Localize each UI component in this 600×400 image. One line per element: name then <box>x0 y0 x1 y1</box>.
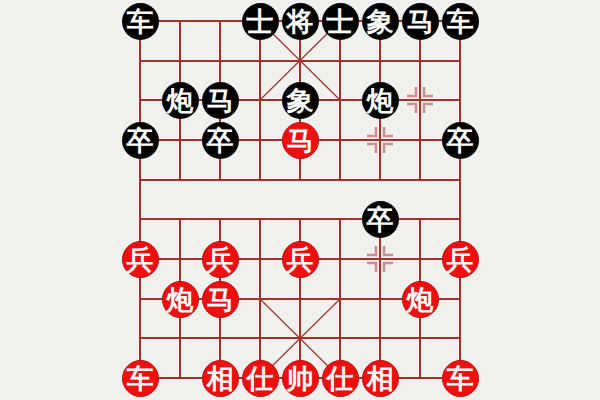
piece-red-soldier[interactable]: 兵 <box>202 241 239 278</box>
piece-black-general[interactable]: 将 <box>282 3 319 40</box>
piece-red-advisor[interactable]: 仕 <box>322 360 359 397</box>
piece-black-cannon[interactable]: 炮 <box>162 82 199 119</box>
piece-black-soldier[interactable]: 卒 <box>122 122 159 159</box>
piece-red-advisor[interactable]: 仕 <box>242 360 279 397</box>
piece-red-horse[interactable]: 马 <box>202 281 239 318</box>
piece-black-chariot[interactable]: 车 <box>442 3 479 40</box>
piece-black-horse[interactable]: 马 <box>202 82 239 119</box>
piece-black-horse[interactable]: 马 <box>402 3 439 40</box>
piece-red-cannon[interactable]: 炮 <box>162 281 199 318</box>
piece-red-chariot[interactable]: 车 <box>122 360 159 397</box>
piece-black-soldier[interactable]: 卒 <box>362 201 399 238</box>
xiangqi-app: 车士将士象马车炮马象炮卒卒马卒卒兵兵兵兵炮马炮车相仕帅仕相车 <box>0 0 600 400</box>
piece-red-cannon[interactable]: 炮 <box>402 281 439 318</box>
piece-red-soldier[interactable]: 兵 <box>442 241 479 278</box>
piece-black-elephant[interactable]: 象 <box>362 3 399 40</box>
piece-black-chariot[interactable]: 车 <box>122 3 159 40</box>
piece-red-chariot[interactable]: 车 <box>442 360 479 397</box>
piece-black-advisor[interactable]: 士 <box>322 3 359 40</box>
piece-black-soldier[interactable]: 卒 <box>202 122 239 159</box>
piece-red-soldier[interactable]: 兵 <box>122 241 159 278</box>
piece-red-elephant[interactable]: 相 <box>362 360 399 397</box>
piece-black-elephant[interactable]: 象 <box>282 82 319 119</box>
piece-black-advisor[interactable]: 士 <box>242 3 279 40</box>
piece-red-soldier[interactable]: 兵 <box>282 241 319 278</box>
piece-black-cannon[interactable]: 炮 <box>362 82 399 119</box>
board-grid <box>0 0 600 400</box>
piece-red-general[interactable]: 帅 <box>282 360 319 397</box>
piece-black-soldier[interactable]: 卒 <box>442 122 479 159</box>
piece-red-horse[interactable]: 马 <box>282 122 319 159</box>
xiangqi-board: 车士将士象马车炮马象炮卒卒马卒卒兵兵兵兵炮马炮车相仕帅仕相车 <box>0 0 600 400</box>
piece-red-elephant[interactable]: 相 <box>202 360 239 397</box>
